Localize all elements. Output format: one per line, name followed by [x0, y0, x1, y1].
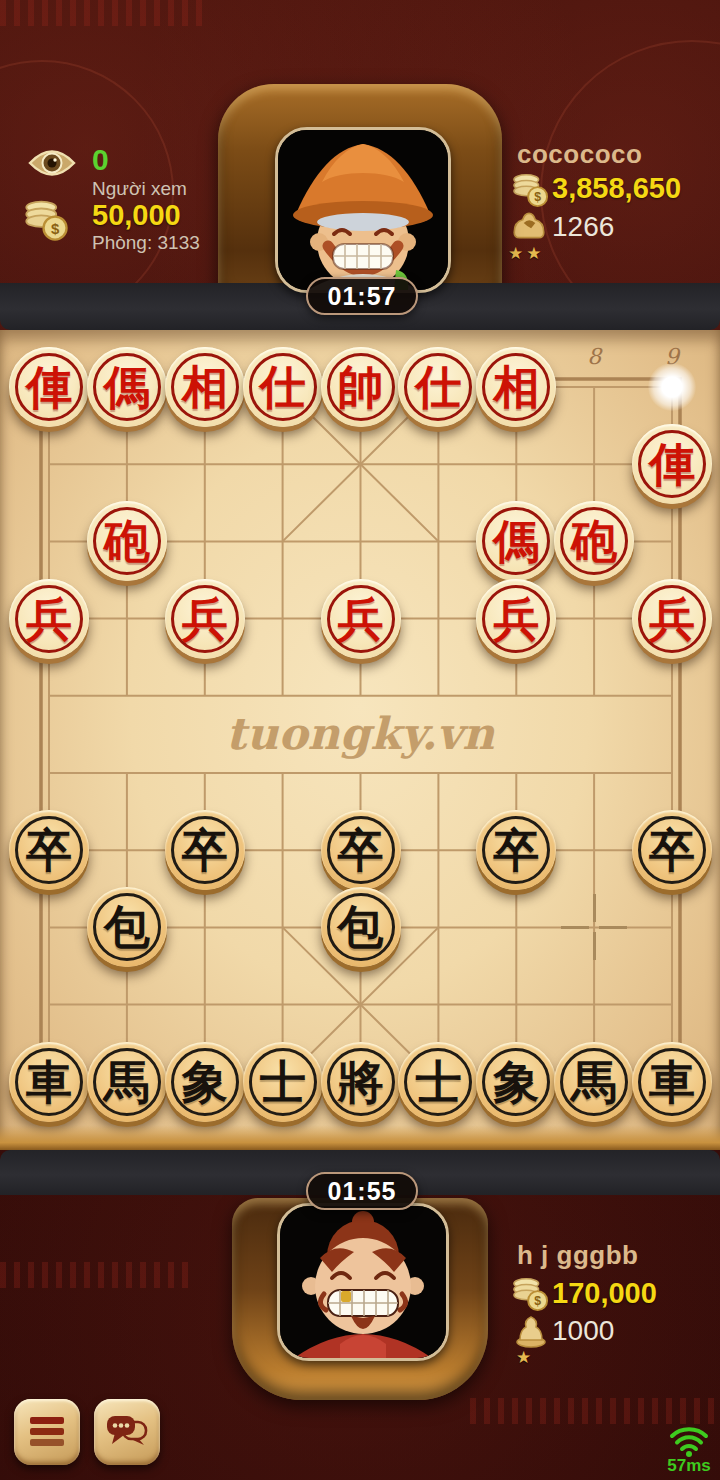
piece-glyph: 馬 — [571, 1059, 617, 1105]
chat-button[interactable] — [94, 1399, 160, 1465]
piece-red-兵-c1r4[interactable]: 兵 — [9, 579, 89, 659]
player-timer: 01:55 — [306, 1172, 418, 1210]
piece-red-傌-c7r3[interactable]: 傌 — [476, 501, 556, 581]
menu-button[interactable] — [14, 1399, 80, 1465]
chat-icon — [106, 1414, 148, 1450]
piece-black-卒-c9r7[interactable]: 卒 — [632, 810, 712, 890]
piece-black-卒-c5r7[interactable]: 卒 — [321, 810, 401, 890]
board-bottom-edge — [0, 1125, 720, 1150]
xiangqi-board[interactable]: tuongky.vn 123456789 俥傌相仕帥仕相俥砲傌砲兵兵兵兵兵卒卒卒… — [0, 330, 720, 1150]
viewers-count: 0 — [92, 143, 109, 177]
player-stars: ★ — [516, 1347, 534, 1368]
piece-glyph: 帥 — [338, 364, 384, 410]
piece-black-馬-c2r10[interactable]: 馬 — [87, 1042, 167, 1122]
piece-black-士-c4r10[interactable]: 士 — [243, 1042, 323, 1122]
piece-glyph: 象 — [182, 1059, 228, 1105]
opponent-timer: 01:57 — [306, 277, 418, 315]
app-screen: { "game": "xiangqi", "position": { "fen_… — [0, 0, 720, 1480]
piece-red-仕-c4r1[interactable]: 仕 — [243, 347, 323, 427]
piece-red-兵-c5r4[interactable]: 兵 — [321, 579, 401, 659]
piece-black-卒-c7r7[interactable]: 卒 — [476, 810, 556, 890]
svg-text:$: $ — [534, 190, 541, 204]
piece-glyph: 兵 — [26, 596, 72, 642]
piece-glyph: 士 — [415, 1059, 461, 1105]
piece-red-傌-c2r1[interactable]: 傌 — [87, 347, 167, 427]
player-rank: 1000 — [552, 1315, 614, 1347]
viewers-label: Người xem — [92, 178, 187, 200]
piece-red-砲-c2r3[interactable]: 砲 — [87, 501, 167, 581]
player-avatar-art — [280, 1206, 446, 1358]
viewers-eye-icon — [28, 147, 76, 183]
piece-black-卒-c1r7[interactable]: 卒 — [9, 810, 89, 890]
piece-glyph: 俥 — [649, 441, 695, 487]
piece-glyph: 卒 — [182, 827, 228, 873]
piece-glyph: 將 — [338, 1059, 384, 1105]
piece-black-士-c6r10[interactable]: 士 — [398, 1042, 478, 1122]
player-rank-icon — [514, 1312, 548, 1352]
player-avatar[interactable] — [277, 1203, 449, 1361]
piece-glyph: 相 — [493, 364, 539, 410]
menu-icon — [27, 1412, 67, 1452]
opponent-avatar[interactable] — [275, 127, 451, 293]
piece-black-象-c3r10[interactable]: 象 — [165, 1042, 245, 1122]
piece-glyph: 卒 — [493, 827, 539, 873]
player-name: h j gggbb — [517, 1240, 638, 1271]
background-ornament-key-topleft — [0, 0, 210, 26]
piece-black-車-c1r10[interactable]: 車 — [9, 1042, 89, 1122]
piece-glyph: 兵 — [338, 596, 384, 642]
piece-glyph: 俥 — [26, 364, 72, 410]
piece-glyph: 士 — [260, 1059, 306, 1105]
piece-red-兵-c3r4[interactable]: 兵 — [165, 579, 245, 659]
piece-black-馬-c8r10[interactable]: 馬 — [554, 1042, 634, 1122]
piece-red-相-c7r1[interactable]: 相 — [476, 347, 556, 427]
piece-black-將-c5r10[interactable]: 將 — [321, 1042, 401, 1122]
piece-glyph: 砲 — [571, 518, 617, 564]
svg-text:$: $ — [534, 1294, 541, 1308]
piece-black-包-c5r8[interactable]: 包 — [321, 887, 401, 967]
opponent-name: cocococo — [517, 139, 642, 170]
piece-red-帥-c5r1[interactable]: 帥 — [321, 347, 401, 427]
piece-black-包-c2r8[interactable]: 包 — [87, 887, 167, 967]
piece-glyph: 傌 — [493, 518, 539, 564]
opponent-coins-icon: $ — [512, 172, 550, 212]
piece-glyph: 卒 — [649, 827, 695, 873]
room-number: Phòng: 3133 — [92, 232, 200, 254]
player-coins: 170,000 — [552, 1277, 657, 1310]
piece-glyph: 車 — [26, 1059, 72, 1105]
stake-coins-icon: $ — [24, 198, 70, 246]
piece-glyph: 相 — [182, 364, 228, 410]
piece-glyph: 馬 — [104, 1059, 150, 1105]
piece-glyph: 仕 — [260, 364, 306, 410]
piece-red-相-c3r1[interactable]: 相 — [165, 347, 245, 427]
piece-red-砲-c8r3[interactable]: 砲 — [554, 501, 634, 581]
opponent-rank-icon — [510, 208, 548, 246]
piece-glyph: 象 — [493, 1059, 539, 1105]
svg-text:$: $ — [51, 220, 60, 237]
piece-glyph: 卒 — [338, 827, 384, 873]
piece-glyph: 兵 — [493, 596, 539, 642]
board-pieces: 俥傌相仕帥仕相俥砲傌砲兵兵兵兵兵卒卒卒卒卒包包車馬象士將士象馬車 — [0, 330, 720, 1150]
piece-glyph: 傌 — [104, 364, 150, 410]
piece-red-兵-c9r4[interactable]: 兵 — [632, 579, 712, 659]
piece-glyph: 兵 — [649, 596, 695, 642]
opponent-stars: ★★ — [508, 243, 544, 264]
piece-black-象-c7r10[interactable]: 象 — [476, 1042, 556, 1122]
piece-glyph: 仕 — [415, 364, 461, 410]
opponent-rank: 1266 — [552, 211, 614, 243]
piece-glyph: 車 — [649, 1059, 695, 1105]
background-ornament-key-bottomright — [470, 1398, 720, 1424]
piece-black-車-c9r10[interactable]: 車 — [632, 1042, 712, 1122]
piece-glyph: 兵 — [182, 596, 228, 642]
piece-glyph: 包 — [338, 904, 384, 950]
piece-glyph: 包 — [104, 904, 150, 950]
piece-red-兵-c7r4[interactable]: 兵 — [476, 579, 556, 659]
background-ornament-key-bottomleft — [0, 1262, 190, 1288]
piece-black-卒-c3r7[interactable]: 卒 — [165, 810, 245, 890]
opponent-coins: 3,858,650 — [552, 172, 681, 205]
piece-red-仕-c6r1[interactable]: 仕 — [398, 347, 478, 427]
piece-glyph: 卒 — [26, 827, 72, 873]
stake-amount: 50,000 — [92, 199, 181, 232]
piece-glyph: 砲 — [104, 518, 150, 564]
piece-red-俥-c9r2[interactable]: 俥 — [632, 424, 712, 504]
player-coins-icon: $ — [512, 1276, 550, 1316]
ping-value: 57ms — [660, 1456, 718, 1476]
opponent-avatar-art — [278, 130, 448, 290]
piece-red-俥-c1r1[interactable]: 俥 — [9, 347, 89, 427]
